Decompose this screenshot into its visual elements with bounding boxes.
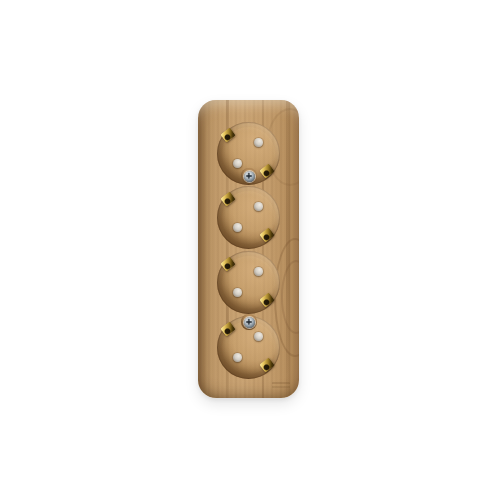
pin-hole-top [254,332,263,341]
earth-clip-bottom-right [259,292,275,307]
photo-background [0,0,500,500]
screw-slot [248,319,250,325]
screw-slot [248,173,250,179]
embossed-marking [272,382,290,389]
pin-hole-top [254,267,263,276]
socket-recess-2 [217,186,280,249]
pin-hole-bottom [233,223,242,232]
earth-clip-top-left [220,127,236,142]
earth-clip-top-left [220,191,236,206]
pin-hole-top [254,202,263,211]
pin-hole-top [254,138,263,147]
earth-clip-top-left [220,321,236,336]
mounting-screw-top [244,171,255,182]
screw-seat [241,314,257,330]
socket-recess-3 [217,251,280,314]
wood-grain-streak [286,100,290,398]
pin-hole-bottom [233,159,242,168]
earth-clip-bottom-right [259,357,275,372]
wood-grain-arc [281,260,299,334]
earth-clip-bottom-right [259,227,275,242]
earth-clip-top-left [220,256,236,271]
socket-panel [198,100,299,398]
pin-hole-bottom [233,288,242,297]
mounting-screw-bottom [244,317,255,328]
screw-seat [241,168,257,184]
earth-clip-bottom-right [259,163,275,178]
pin-hole-bottom [233,353,242,362]
